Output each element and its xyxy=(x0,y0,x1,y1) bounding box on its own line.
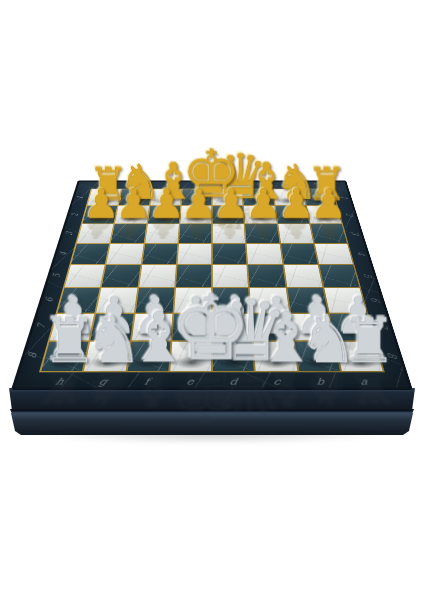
cell-h8: ♜♜ xyxy=(41,342,88,372)
cell-f2: ♟♟ xyxy=(148,206,180,223)
cell-c4 xyxy=(247,244,282,264)
cell-e8: ♚♚ xyxy=(170,342,211,372)
pieces-layer: ♜♜♞♞♝♝♚♚♛♛♝♝♞♞♜♜♟♟♟♟♟♟♟♟♟♟♟♟♟♟♟♟♟♟♟♟♟♟♟♟… xyxy=(39,189,385,373)
chess-set-photo: hgfedcba hgfedcba 12345678 12345678 ♜♜♞♞… xyxy=(0,0,424,600)
piece-gold-pawn: ♟ xyxy=(83,186,114,222)
cell-g2: ♟♟ xyxy=(115,206,149,223)
piece-gold-pawn: ♟ xyxy=(213,186,244,222)
cell-h4 xyxy=(71,244,109,264)
cell-g3 xyxy=(111,224,146,243)
piece-gold-pawn: ♟ xyxy=(310,186,341,222)
cell-g8: ♞♞ xyxy=(84,342,129,372)
piece-silver-rook: ♜ xyxy=(42,314,83,368)
piece-silver-king: ♚ xyxy=(170,289,211,369)
piece-gold-pawn: ♟ xyxy=(115,186,146,222)
cell-a3 xyxy=(311,224,347,243)
perspective-scene: hgfedcba hgfedcba 12345678 12345678 ♜♜♞♞… xyxy=(0,0,424,600)
cell-e2: ♟♟ xyxy=(180,206,211,223)
cell-b4 xyxy=(281,244,318,264)
piece-gold-pawn: ♟ xyxy=(278,186,309,222)
cell-b8: ♞♞ xyxy=(295,342,340,372)
cell-f4 xyxy=(142,244,177,264)
cell-g5 xyxy=(102,265,140,287)
piece-silver-knight: ♞ xyxy=(85,311,126,369)
cell-d2: ♟♟ xyxy=(213,206,244,223)
cell-c3 xyxy=(245,224,279,243)
cell-d3 xyxy=(213,224,245,243)
cell-f3 xyxy=(145,224,179,243)
piece-reflection: ♛ xyxy=(213,367,257,422)
cell-d4 xyxy=(213,244,247,264)
piece-reflection: ♞ xyxy=(76,367,125,409)
cell-b2: ♟♟ xyxy=(275,206,309,223)
cell-h2: ♟♟ xyxy=(83,206,118,223)
piece-reflection: ♞ xyxy=(298,367,347,409)
piece-gold-pawn: ♟ xyxy=(180,186,211,222)
piece-gold-pawn: ♟ xyxy=(148,186,179,222)
cell-h3 xyxy=(77,224,113,243)
cell-a5 xyxy=(319,265,359,287)
cell-a4 xyxy=(315,244,353,264)
piece-silver-knight: ♞ xyxy=(298,311,339,369)
cell-g4 xyxy=(107,244,144,264)
cell-c2: ♟♟ xyxy=(244,206,276,223)
cell-a2: ♟♟ xyxy=(307,206,342,223)
cell-e3 xyxy=(179,224,211,243)
cell-b3 xyxy=(278,224,313,243)
cell-h5 xyxy=(65,265,105,287)
chess-board: hgfedcba hgfedcba 12345678 12345678 ♜♜♞♞… xyxy=(11,181,413,390)
cell-b5 xyxy=(284,265,322,287)
piece-gold-pawn: ♟ xyxy=(245,186,276,222)
cell-e4 xyxy=(177,244,211,264)
